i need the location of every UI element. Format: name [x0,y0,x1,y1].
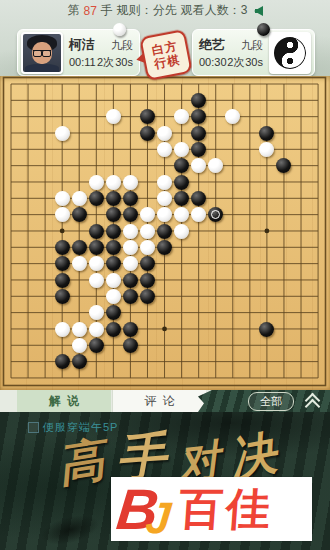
board-intersection[interactable] [275,321,292,337]
board-intersection[interactable] [88,125,105,141]
board-intersection[interactable] [173,76,190,92]
board-intersection[interactable] [258,370,275,386]
board-intersection [54,207,71,223]
board-intersection[interactable] [292,174,309,190]
collapse-double-chevron-icon[interactable] [303,393,321,411]
board-intersection[interactable] [105,158,122,174]
board-intersection[interactable] [207,174,224,190]
board-intersection[interactable] [258,305,275,321]
board-intersection[interactable] [241,207,258,223]
board-intersection[interactable] [71,158,88,174]
board-intersection[interactable] [54,174,71,190]
board-intersection[interactable] [292,125,309,141]
board-intersection[interactable] [88,76,105,92]
board-intersection[interactable] [275,256,292,272]
board-intersection[interactable] [309,92,326,108]
board-intersection[interactable] [3,125,20,141]
board-intersection[interactable] [88,370,105,386]
board-intersection[interactable] [207,190,224,206]
board-intersection[interactable] [173,288,190,304]
board-intersection[interactable] [88,288,105,304]
board-intersection[interactable] [207,305,224,321]
board-intersection[interactable] [173,337,190,353]
board-intersection[interactable] [292,272,309,288]
board-intersection [190,207,207,223]
board-intersection[interactable] [292,354,309,370]
board-intersection[interactable] [241,141,258,157]
board-intersection[interactable] [309,354,326,370]
board-intersection[interactable] [3,158,20,174]
board-intersection[interactable] [173,305,190,321]
board-intersection[interactable] [190,288,207,304]
board-intersection[interactable] [275,272,292,288]
board-intersection[interactable] [54,370,71,386]
board-intersection[interactable] [122,92,139,108]
board-intersection[interactable] [275,174,292,190]
board-intersection[interactable] [292,76,309,92]
board-intersection[interactable] [20,305,37,321]
board-intersection[interactable] [3,239,20,255]
board-intersection[interactable] [37,256,54,272]
board-intersection[interactable] [139,92,156,108]
board-intersection[interactable] [309,337,326,353]
board-intersection[interactable] [139,190,156,206]
board-intersection[interactable] [224,272,241,288]
board-intersection[interactable] [139,305,156,321]
board-intersection[interactable] [309,288,326,304]
board-intersection[interactable] [122,305,139,321]
board-intersection[interactable] [292,305,309,321]
board-intersection[interactable] [139,321,156,337]
board-intersection[interactable] [156,256,173,272]
board-intersection[interactable] [3,223,20,239]
board-intersection[interactable] [292,239,309,255]
board-intersection[interactable] [37,109,54,125]
board-intersection[interactable] [292,207,309,223]
board-intersection[interactable] [258,239,275,255]
board-intersection[interactable] [258,76,275,92]
board-intersection[interactable] [20,337,37,353]
board-intersection[interactable] [224,76,241,92]
board-intersection[interactable] [241,125,258,141]
board-intersection[interactable] [241,239,258,255]
board-intersection[interactable] [37,288,54,304]
board-intersection[interactable] [309,158,326,174]
board-intersection[interactable] [190,370,207,386]
board-intersection[interactable] [207,256,224,272]
board-intersection[interactable] [275,76,292,92]
board-intersection[interactable] [309,305,326,321]
broadcast-icon[interactable] [254,6,263,16]
board-intersection[interactable] [20,223,37,239]
board-intersection[interactable] [156,158,173,174]
board-intersection[interactable] [54,92,71,108]
board-intersection[interactable] [37,272,54,288]
board-intersection[interactable] [309,76,326,92]
board-intersection[interactable] [20,190,37,206]
board-intersection[interactable] [20,272,37,288]
board-intersection[interactable] [241,223,258,239]
board-intersection[interactable] [37,174,54,190]
board-intersection[interactable] [71,223,88,239]
board-intersection[interactable] [71,288,88,304]
board-intersection [105,109,122,125]
board-intersection[interactable] [292,223,309,239]
board-intersection[interactable] [292,158,309,174]
board-intersection[interactable] [20,92,37,108]
board-intersection[interactable] [207,141,224,157]
board-intersection[interactable] [258,109,275,125]
board-intersection[interactable] [3,174,20,190]
board-intersection[interactable] [37,207,54,223]
board-intersection[interactable] [224,239,241,255]
board-intersection[interactable] [224,190,241,206]
board-intersection[interactable] [309,190,326,206]
board-intersection[interactable] [241,354,258,370]
board-intersection[interactable] [105,141,122,157]
board-intersection[interactable] [3,272,20,288]
stone-black [174,158,189,173]
white-stone-marker-icon [113,23,126,36]
board-intersection[interactable] [71,370,88,386]
board-intersection[interactable] [37,158,54,174]
stone-white [174,207,189,222]
board-intersection[interactable] [71,174,88,190]
board-intersection[interactable] [224,337,241,353]
board-intersection[interactable] [3,207,20,223]
board-intersection[interactable] [190,272,207,288]
board-intersection[interactable] [3,321,20,337]
board-intersection[interactable] [207,92,224,108]
board-intersection[interactable] [105,337,122,353]
board-intersection[interactable] [20,174,37,190]
board-intersection[interactable] [258,256,275,272]
board-intersection[interactable] [207,239,224,255]
board-intersection[interactable] [275,288,292,304]
board-intersection[interactable] [207,321,224,337]
board-intersection[interactable] [224,223,241,239]
board-intersection[interactable] [20,141,37,157]
stone-black [191,109,206,124]
board-intersection[interactable] [292,370,309,386]
board-intersection[interactable] [292,141,309,157]
board-intersection[interactable] [156,354,173,370]
board-intersection[interactable] [105,76,122,92]
board-intersection[interactable] [207,337,224,353]
board-intersection[interactable] [275,305,292,321]
board-intersection[interactable] [105,370,122,386]
board-intersection[interactable] [20,76,37,92]
board-intersection[interactable] [292,321,309,337]
board-intersection[interactable] [292,92,309,108]
board-intersection[interactable] [71,92,88,108]
board-intersection[interactable] [258,190,275,206]
board-intersection[interactable] [37,239,54,255]
board-intersection[interactable] [37,370,54,386]
board-intersection[interactable] [258,207,275,223]
board-intersection[interactable] [37,337,54,353]
board-intersection[interactable] [241,370,258,386]
stone-black [157,224,172,239]
board-intersection[interactable] [241,92,258,108]
board-intersection[interactable] [20,109,37,125]
board-intersection [139,256,156,272]
board-intersection[interactable] [3,305,20,321]
board-intersection[interactable] [122,109,139,125]
board-intersection[interactable] [207,223,224,239]
board-intersection[interactable] [37,141,54,157]
board-intersection[interactable] [309,256,326,272]
tab-comments[interactable]: 评论 [112,390,206,412]
board-intersection[interactable] [309,239,326,255]
board-intersection[interactable] [139,158,156,174]
board-intersection[interactable] [224,141,241,157]
board-intersection[interactable] [309,370,326,386]
board-intersection[interactable] [54,76,71,92]
board-intersection[interactable] [275,223,292,239]
board-intersection[interactable] [309,207,326,223]
board-intersection[interactable] [54,305,71,321]
board-intersection[interactable] [258,354,275,370]
avatar-jueyi-yinyang-icon[interactable] [269,32,311,74]
board-intersection[interactable] [122,158,139,174]
board-intersection[interactable] [241,337,258,353]
board-intersection[interactable] [309,272,326,288]
board-intersection[interactable] [88,207,105,223]
board-intersection[interactable] [309,321,326,337]
board-intersection[interactable] [54,337,71,353]
board-intersection[interactable] [207,109,224,125]
board-intersection[interactable] [292,337,309,353]
board-intersection[interactable] [224,256,241,272]
board-intersection[interactable] [20,321,37,337]
board-intersection[interactable] [224,370,241,386]
board-intersection[interactable] [20,354,37,370]
board-intersection[interactable] [71,272,88,288]
board-intersection[interactable] [88,109,105,125]
board-intersection[interactable] [139,174,156,190]
board-intersection[interactable] [275,125,292,141]
board-intersection[interactable] [173,239,190,255]
board-intersection[interactable] [105,125,122,141]
board-intersection[interactable] [241,174,258,190]
board-intersection[interactable] [258,158,275,174]
board-intersection[interactable] [3,370,20,386]
board-intersection[interactable] [139,354,156,370]
board-intersection[interactable] [275,190,292,206]
board-intersection[interactable] [292,190,309,206]
board-intersection[interactable] [258,288,275,304]
board-intersection[interactable] [20,288,37,304]
board-intersection[interactable] [241,190,258,206]
board-intersection[interactable] [20,239,37,255]
board-intersection[interactable] [173,272,190,288]
board-intersection[interactable] [309,141,326,157]
board-intersection[interactable] [3,141,20,157]
board-intersection[interactable] [105,354,122,370]
board-intersection[interactable] [275,239,292,255]
board-intersection[interactable] [156,109,173,125]
board-intersection[interactable] [224,125,241,141]
board-intersection[interactable] [275,109,292,125]
board-intersection[interactable] [71,109,88,125]
board-intersection[interactable] [88,158,105,174]
board-intersection[interactable] [54,158,71,174]
board-intersection[interactable] [139,337,156,353]
board-intersection[interactable] [258,272,275,288]
board-intersection[interactable] [207,354,224,370]
board-intersection[interactable] [3,288,20,304]
board-intersection[interactable] [122,125,139,141]
board-intersection[interactable] [190,321,207,337]
board-intersection[interactable] [275,207,292,223]
board-intersection[interactable] [3,354,20,370]
board-intersection[interactable] [292,288,309,304]
board-intersection[interactable] [258,92,275,108]
board-intersection[interactable] [173,256,190,272]
board-intersection[interactable] [37,305,54,321]
board-intersection[interactable] [37,125,54,141]
board-intersection[interactable] [275,370,292,386]
board-intersection[interactable] [207,125,224,141]
board-intersection[interactable] [173,321,190,337]
board-intersection[interactable] [54,223,71,239]
board-intersection[interactable] [190,354,207,370]
board-intersection[interactable] [309,125,326,141]
board-intersection[interactable] [275,141,292,157]
board-intersection[interactable] [241,272,258,288]
board-intersection[interactable] [71,125,88,141]
avatar-kejie[interactable] [21,32,63,74]
board-intersection[interactable] [156,337,173,353]
board-intersection[interactable] [156,305,173,321]
board-intersection[interactable] [258,337,275,353]
board-intersection[interactable] [3,256,20,272]
board-intersection[interactable] [241,321,258,337]
board-intersection[interactable] [37,321,54,337]
board-intersection[interactable] [190,256,207,272]
board-intersection[interactable] [207,288,224,304]
board-intersection [88,337,105,353]
go-board[interactable] [0,76,330,390]
board-intersection[interactable] [173,370,190,386]
board-intersection[interactable] [54,109,71,125]
board-intersection[interactable] [241,76,258,92]
board-intersection[interactable] [224,174,241,190]
board-intersection[interactable] [88,92,105,108]
board-intersection[interactable] [3,190,20,206]
board-intersection[interactable] [258,174,275,190]
board-intersection[interactable] [207,76,224,92]
board-intersection[interactable] [224,92,241,108]
board-intersection[interactable] [3,76,20,92]
board-intersection[interactable] [275,354,292,370]
board-intersection[interactable] [241,288,258,304]
player-name-black: 绝艺 [199,36,225,54]
board-intersection[interactable] [241,158,258,174]
board-intersection[interactable] [139,141,156,157]
board-intersection[interactable] [224,288,241,304]
board-intersection[interactable] [122,370,139,386]
board-intersection[interactable] [241,256,258,272]
board-intersection[interactable] [241,305,258,321]
board-intersection[interactable] [71,141,88,157]
board-intersection[interactable] [224,354,241,370]
board-intersection[interactable] [207,370,224,386]
board-intersection[interactable] [292,109,309,125]
board-intersection[interactable] [3,92,20,108]
board-intersection[interactable] [309,109,326,125]
board-intersection[interactable] [37,92,54,108]
board-intersection[interactable] [173,92,190,108]
board-intersection[interactable] [309,174,326,190]
board-intersection[interactable] [37,190,54,206]
board-intersection[interactable] [190,305,207,321]
board-intersection[interactable] [224,158,241,174]
board-intersection[interactable] [156,272,173,288]
board-intersection[interactable] [20,158,37,174]
board-intersection[interactable] [258,223,275,239]
board-intersection[interactable] [275,337,292,353]
board-intersection[interactable] [156,370,173,386]
board-intersection[interactable] [37,354,54,370]
board-intersection[interactable] [190,337,207,353]
board-intersection[interactable] [190,223,207,239]
board-intersection [105,321,122,337]
board-intersection[interactable] [173,125,190,141]
board-intersection[interactable] [122,354,139,370]
board-intersection[interactable] [309,223,326,239]
board-intersection[interactable] [105,92,122,108]
board-intersection[interactable] [88,354,105,370]
board-intersection[interactable] [71,76,88,92]
board-intersection[interactable] [122,76,139,92]
all-filter-button[interactable]: 全部 [248,392,294,411]
board-intersection[interactable] [37,223,54,239]
board-intersection[interactable] [122,141,139,157]
board-intersection[interactable] [156,288,173,304]
board-intersection[interactable] [20,207,37,223]
board-intersection[interactable] [190,76,207,92]
board-intersection[interactable] [3,109,20,125]
board-intersection[interactable] [292,256,309,272]
board-intersection[interactable] [71,305,88,321]
board-intersection[interactable] [88,141,105,157]
board-intersection [122,223,139,239]
player-panel-white: 柯洁 九段 00:11 2次 30s [17,29,140,76]
board-intersection[interactable] [224,207,241,223]
board-intersection[interactable] [156,321,173,337]
board-intersection[interactable] [241,109,258,125]
board-intersection[interactable] [207,272,224,288]
board-intersection[interactable] [3,337,20,353]
board-intersection[interactable] [54,141,71,157]
tab-commentary[interactable]: 解说 [17,390,111,412]
board-intersection [88,223,105,239]
board-intersection[interactable] [20,256,37,272]
board-intersection[interactable] [224,305,241,321]
board-intersection[interactable] [156,92,173,108]
board-intersection[interactable] [37,76,54,92]
board-intersection[interactable] [190,239,207,255]
board-intersection[interactable] [20,125,37,141]
board-intersection[interactable] [224,321,241,337]
board-intersection[interactable] [139,370,156,386]
board-intersection[interactable] [275,92,292,108]
board-intersection[interactable] [173,354,190,370]
board-intersection[interactable] [20,370,37,386]
board-intersection[interactable] [190,174,207,190]
